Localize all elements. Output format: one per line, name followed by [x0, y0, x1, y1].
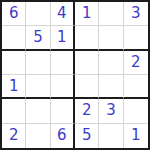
cell-r2c3-given-1[interactable]: 1	[51, 26, 75, 50]
cell-r6c6-given-1[interactable]: 1	[124, 124, 148, 148]
cell-r4c2-empty[interactable]	[26, 75, 50, 99]
cell-r3c4-empty[interactable]	[75, 51, 99, 75]
cell-r4c1-given-1[interactable]: 1	[2, 75, 26, 99]
cell-r5c1-empty[interactable]	[2, 99, 26, 123]
cell-r4c5-empty[interactable]	[99, 75, 123, 99]
cell-r1c6-given-3[interactable]: 3	[124, 2, 148, 26]
cell-r1c3-given-4[interactable]: 4	[51, 2, 75, 26]
cell-r2c5-empty[interactable]	[99, 26, 123, 50]
cell-r2c1-empty[interactable]	[2, 26, 26, 50]
cell-r3c6-given-2[interactable]: 2	[124, 51, 148, 75]
cell-r6c5-empty[interactable]	[99, 124, 123, 148]
cell-r5c2-empty[interactable]	[26, 99, 50, 123]
sudoku-board: 64135121232651	[0, 0, 150, 150]
cell-r6c2-empty[interactable]	[26, 124, 50, 148]
cell-r6c1-given-2[interactable]: 2	[2, 124, 26, 148]
cell-r5c4-given-2[interactable]: 2	[75, 99, 99, 123]
cell-r2c4-empty[interactable]	[75, 26, 99, 50]
cell-r3c1-empty[interactable]	[2, 51, 26, 75]
cell-r2c2-given-5[interactable]: 5	[26, 26, 50, 50]
cell-r5c5-given-3[interactable]: 3	[99, 99, 123, 123]
cell-r4c4-empty[interactable]	[75, 75, 99, 99]
cell-r6c3-given-6[interactable]: 6	[51, 124, 75, 148]
cell-r4c6-empty[interactable]	[124, 75, 148, 99]
cell-r3c5-empty[interactable]	[99, 51, 123, 75]
cell-r5c6-empty[interactable]	[124, 99, 148, 123]
cell-r2c6-empty[interactable]	[124, 26, 148, 50]
cell-r5c3-empty[interactable]	[51, 99, 75, 123]
cell-r3c3-empty[interactable]	[51, 51, 75, 75]
cell-r3c2-empty[interactable]	[26, 51, 50, 75]
cell-r1c4-given-1[interactable]: 1	[75, 2, 99, 26]
cell-r1c2-empty[interactable]	[26, 2, 50, 26]
cell-r1c5-empty[interactable]	[99, 2, 123, 26]
cell-r6c4-given-5[interactable]: 5	[75, 124, 99, 148]
cell-r1c1-given-6[interactable]: 6	[2, 2, 26, 26]
cell-r4c3-empty[interactable]	[51, 75, 75, 99]
